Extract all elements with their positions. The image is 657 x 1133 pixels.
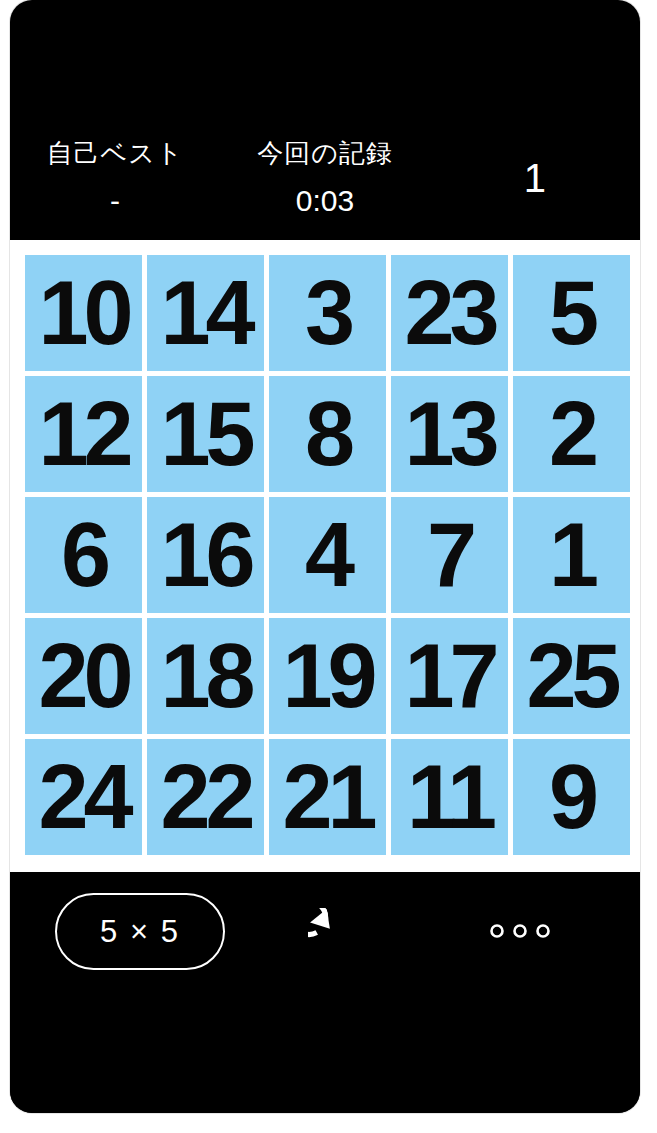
cell-25[interactable]: 25	[513, 618, 630, 734]
cell-21[interactable]: 21	[269, 739, 386, 855]
cell-9[interactable]: 9	[513, 739, 630, 855]
cell-20[interactable]: 20	[25, 618, 142, 734]
cell-7[interactable]: 7	[391, 497, 508, 613]
reset-icon	[308, 908, 358, 961]
cell-8[interactable]: 8	[269, 376, 386, 492]
cell-13[interactable]: 13	[391, 376, 508, 492]
three-circles-icon	[488, 921, 552, 944]
cell-16[interactable]: 16	[147, 497, 264, 613]
best-record-block: 自己ベスト -	[10, 136, 220, 240]
cell-18[interactable]: 18	[147, 618, 264, 734]
cell-12[interactable]: 12	[25, 376, 142, 492]
board-grid: 1014323512158132616471201819172524222111…	[25, 255, 630, 855]
grid-size-label: 5 × 5	[100, 914, 180, 950]
cell-3[interactable]: 3	[269, 255, 386, 371]
reset-button[interactable]	[302, 903, 364, 965]
cell-14[interactable]: 14	[147, 255, 264, 371]
best-record-label: 自己ベスト	[47, 136, 184, 171]
grid-size-button[interactable]: 5 × 5	[55, 893, 225, 970]
current-record-label: 今回の記録	[257, 136, 393, 171]
cell-17[interactable]: 17	[391, 618, 508, 734]
cell-15[interactable]: 15	[147, 376, 264, 492]
next-number-indicator: 1	[524, 156, 546, 201]
cell-19[interactable]: 19	[269, 618, 386, 734]
timer-value: 0:03	[296, 184, 354, 218]
cell-4[interactable]: 4	[269, 497, 386, 613]
current-record-block: 今回の記録 0:03	[220, 136, 430, 240]
cell-5[interactable]: 5	[513, 255, 630, 371]
more-options-button[interactable]	[482, 907, 558, 957]
cell-23[interactable]: 23	[391, 255, 508, 371]
cell-2[interactable]: 2	[513, 376, 630, 492]
bottom-toolbar: 5 × 5	[10, 872, 640, 1113]
board-area: 1014323512158132616471201819172524222111…	[10, 240, 640, 872]
cell-11[interactable]: 11	[391, 739, 508, 855]
header: 自己ベスト - 今回の記録 0:03 1	[10, 0, 640, 240]
cell-22[interactable]: 22	[147, 739, 264, 855]
cell-10[interactable]: 10	[25, 255, 142, 371]
best-record-value: -	[110, 184, 120, 218]
app-screen: 自己ベスト - 今回の記録 0:03 1 1014323512158132616…	[10, 0, 640, 1113]
next-number-block: 1	[430, 136, 640, 240]
cell-24[interactable]: 24	[25, 739, 142, 855]
cell-6[interactable]: 6	[25, 497, 142, 613]
cell-1[interactable]: 1	[513, 497, 630, 613]
